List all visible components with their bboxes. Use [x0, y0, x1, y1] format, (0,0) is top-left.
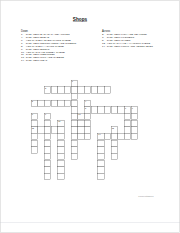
grid-cell[interactable] [71, 107, 78, 114]
grid-cell[interactable] [124, 127, 131, 134]
worksheet-page: Shops Down 1.THEY SELL BANANAS AND APPLE… [0, 0, 180, 233]
grid-cell[interactable] [71, 93, 78, 100]
grid-cell[interactable] [104, 87, 111, 94]
grid-cell[interactable] [58, 173, 65, 180]
grid-cell[interactable] [71, 153, 78, 160]
grid-cell[interactable] [104, 107, 111, 114]
grid-cell[interactable] [84, 87, 91, 94]
cell-number: 13 [112, 127, 114, 129]
cell-number: 12 [32, 127, 34, 129]
grid-cell[interactable] [58, 127, 65, 134]
down-clues-section: Down 1.THEY SELL BANANAS AND APPLES4.THE… [21, 29, 101, 62]
cell-number: 8 [32, 114, 33, 116]
grid-cell[interactable] [31, 120, 38, 127]
grid-cell[interactable] [98, 153, 105, 160]
cell-number: 2 [45, 87, 46, 89]
cell-number: 10 [78, 114, 80, 116]
grid-cell[interactable] [98, 147, 105, 154]
grid-cell[interactable] [44, 133, 51, 140]
grid-cell[interactable] [58, 100, 65, 107]
across-clue-list: 2.THEY SELL FISH AND SEAFOOD3.THEY SELL … [102, 33, 175, 47]
grid-cell[interactable] [38, 127, 45, 134]
grid-cell[interactable] [58, 160, 65, 167]
grid-cell[interactable]: 4 [84, 100, 91, 107]
grid-cell[interactable] [98, 87, 105, 94]
grid-cell[interactable]: 11 [58, 120, 65, 127]
cell-number: 14 [98, 134, 100, 136]
grid-cell[interactable] [64, 100, 71, 107]
grid-cell[interactable] [44, 167, 51, 174]
grid-cell[interactable]: 5 [84, 107, 91, 114]
grid-cell[interactable] [44, 120, 51, 127]
grid-cell[interactable] [131, 127, 138, 134]
grid-cell[interactable] [98, 140, 105, 147]
grid-cell[interactable] [118, 107, 125, 114]
grid-cell[interactable] [98, 167, 105, 174]
grid-cell[interactable] [71, 147, 78, 154]
grid-cell[interactable] [71, 100, 78, 107]
grid-cell[interactable] [31, 140, 38, 147]
cell-number: 7 [132, 107, 133, 109]
grid-cell[interactable] [44, 153, 51, 160]
grid-cell[interactable] [71, 127, 78, 134]
grid-cell[interactable] [131, 113, 138, 120]
grid-cell[interactable] [124, 113, 131, 120]
grid-cell[interactable] [64, 87, 71, 94]
grid-cell[interactable] [124, 133, 131, 140]
grid-cell[interactable]: 12 [31, 127, 38, 134]
grid-cell[interactable] [91, 107, 98, 114]
grid-cell[interactable] [84, 133, 91, 140]
cell-number: 1 [72, 80, 73, 82]
clue-text: THEY SELL FRUIT AND VEGETABLES [107, 44, 153, 47]
grid-cell[interactable] [78, 120, 85, 127]
grid-cell[interactable] [44, 127, 51, 134]
grid-cell[interactable] [111, 140, 118, 147]
grid-cell[interactable] [84, 113, 91, 120]
grid-cell[interactable] [71, 120, 78, 127]
page-title: Shops [0, 17, 160, 22]
grid-cell[interactable]: 2 [44, 87, 51, 94]
grid-cell[interactable] [58, 153, 65, 160]
grid-cell[interactable] [44, 173, 51, 180]
clue-text: THEY SELL MEAT [26, 59, 48, 62]
grid-cell[interactable] [98, 107, 105, 114]
grid-cell[interactable] [98, 173, 105, 180]
grid-cell[interactable]: 3 [31, 100, 38, 107]
grid-cell[interactable]: 8 [31, 113, 38, 120]
grid-cell[interactable] [111, 153, 118, 160]
grid-cell[interactable]: 1 [71, 80, 78, 87]
watermark: eslprintables [138, 195, 153, 198]
cell-number: 4 [85, 100, 86, 102]
grid-cell[interactable] [58, 133, 65, 140]
down-clue-list: 1.THEY SELL BANANAS AND APPLES4.THEY SEL… [21, 33, 101, 62]
grid-cell[interactable] [71, 113, 78, 120]
cell-number: 9 [45, 114, 46, 116]
cell-number: 11 [58, 120, 60, 122]
grid-cell[interactable] [84, 120, 91, 127]
grid-cell[interactable] [124, 120, 131, 127]
grid-cell[interactable] [104, 133, 111, 140]
grid-cell[interactable] [78, 87, 85, 94]
clue-item: 14.THEY SELL FRUIT AND VEGETABLES [102, 45, 175, 48]
grid-cell[interactable] [71, 140, 78, 147]
grid-cell[interactable]: 6 [124, 107, 131, 114]
grid-cell[interactable] [78, 127, 85, 134]
grid-cell[interactable] [98, 160, 105, 167]
grid-cell[interactable] [111, 107, 118, 114]
page-content: Shops Down 1.THEY SELL BANANAS AND APPLE… [0, 0, 180, 233]
grid-cell[interactable]: 13 [111, 127, 118, 134]
grid-cell[interactable] [111, 147, 118, 154]
grid-cell[interactable] [84, 127, 91, 134]
grid-cell[interactable] [44, 160, 51, 167]
grid-cell[interactable] [71, 133, 78, 140]
grid-cell[interactable] [78, 133, 85, 140]
grid-cell[interactable] [51, 127, 58, 134]
grid-cell[interactable] [44, 147, 51, 154]
grid-cell[interactable]: 14 [98, 133, 105, 140]
grid-cell[interactable]: 9 [44, 113, 51, 120]
grid-cell[interactable] [58, 87, 65, 94]
cell-number: 3 [32, 100, 33, 102]
grid-cell[interactable] [51, 87, 58, 94]
grid-cell[interactable] [51, 100, 58, 107]
grid-cell[interactable] [44, 100, 51, 107]
grid-cell[interactable] [131, 120, 138, 127]
clue-item: 14.THEY SELL MEAT [21, 59, 101, 62]
grid-cell[interactable] [58, 147, 65, 154]
grid-cell[interactable] [118, 133, 125, 140]
grid-cell[interactable] [131, 133, 138, 140]
cell-number: 6 [125, 107, 126, 109]
grid-cell[interactable] [38, 100, 45, 107]
grid-cell[interactable]: 10 [78, 113, 85, 120]
grid-cell[interactable] [91, 87, 98, 94]
grid-cell[interactable] [58, 167, 65, 174]
grid-cell[interactable] [44, 140, 51, 147]
across-clues-section: Across 2.THEY SELL FISH AND SEAFOOD3.THE… [102, 29, 175, 47]
grid-cell[interactable]: 7 [131, 107, 138, 114]
crossword-grid: 1234567891011121314 [31, 80, 144, 187]
grid-cell[interactable] [111, 133, 118, 140]
grid-cell[interactable] [31, 147, 38, 154]
grid-cell[interactable] [71, 87, 78, 94]
cell-number: 5 [85, 107, 86, 109]
grid-cell[interactable] [31, 133, 38, 140]
grid-cell[interactable] [58, 140, 65, 147]
